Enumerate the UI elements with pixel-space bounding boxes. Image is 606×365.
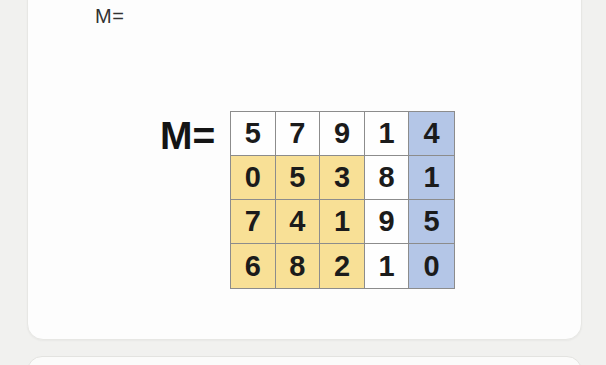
matrix-cell-r3c1: 7 bbox=[231, 200, 276, 244]
matrix-cell-r1c4: 1 bbox=[365, 112, 410, 156]
matrix-cell-r2c2: 5 bbox=[276, 156, 321, 200]
matrix-cell-r1c2: 7 bbox=[276, 112, 321, 156]
next-card-top bbox=[27, 356, 582, 365]
matrix-cell-r2c4: 8 bbox=[365, 156, 410, 200]
matrix-cell-r4c1: 6 bbox=[231, 244, 276, 288]
matrix-label: M= bbox=[160, 116, 215, 155]
matrix-cell-r3c3: 1 bbox=[320, 200, 365, 244]
matrix-cell-r4c5: 0 bbox=[409, 244, 454, 288]
matrix-cell-r3c2: 4 bbox=[276, 200, 321, 244]
matrix-cell-r2c3: 3 bbox=[320, 156, 365, 200]
matrix-cell-r4c4: 1 bbox=[365, 244, 410, 288]
matrix-cell-r1c1: 5 bbox=[231, 112, 276, 156]
matrix-cell-r1c3: 9 bbox=[320, 112, 365, 156]
page: M= M= 57914053817419568210 bbox=[0, 0, 606, 365]
matrix-cell-r3c4: 9 bbox=[365, 200, 410, 244]
matrix-grid: 57914053817419568210 bbox=[230, 111, 455, 289]
matrix-cell-r3c5: 5 bbox=[409, 200, 454, 244]
matrix-equation-text: M= bbox=[95, 4, 124, 28]
matrix-cell-r2c1: 0 bbox=[231, 156, 276, 200]
matrix-cell-r4c2: 8 bbox=[276, 244, 321, 288]
matrix-cell-r4c3: 2 bbox=[320, 244, 365, 288]
matrix-cell-r1c5: 4 bbox=[409, 112, 454, 156]
matrix-cell-r2c5: 1 bbox=[409, 156, 454, 200]
